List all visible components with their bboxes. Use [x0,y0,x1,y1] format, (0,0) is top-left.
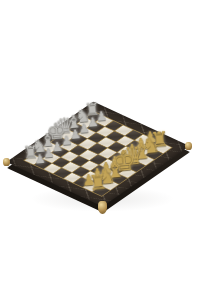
board-foot-left [3,158,10,166]
board-square [90,154,107,164]
board-square: ♟ [34,159,51,169]
chess-piece-gold-rook: ♜ [146,128,174,151]
board-square [72,167,89,177]
board-foot-front [98,201,107,214]
board-square [54,168,71,178]
chess-set-photo: ♜♟♟♜♞♟♟♞♝♟♟♝♛♟♟♛♚♟♟♚♝♟♟♝♞♟♟♞♜♟♟♜ [0,0,200,300]
board-foot-right [185,142,192,150]
board-square [64,173,81,183]
chess-piece-silver-rook: ♜ [78,100,105,119]
